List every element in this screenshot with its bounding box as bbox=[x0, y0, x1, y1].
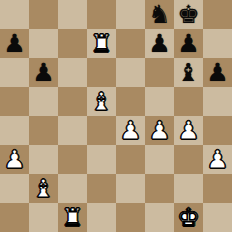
square-g8[interactable]: ♚ bbox=[174, 0, 203, 29]
square-a6[interactable] bbox=[0, 58, 29, 87]
square-e3[interactable] bbox=[116, 145, 145, 174]
square-h8[interactable] bbox=[203, 0, 232, 29]
piece-black-bishop-g6[interactable]: ♝ bbox=[177, 58, 199, 87]
square-g2[interactable] bbox=[174, 174, 203, 203]
square-e7[interactable] bbox=[116, 29, 145, 58]
square-d2[interactable] bbox=[87, 174, 116, 203]
square-c6[interactable] bbox=[58, 58, 87, 87]
square-h2[interactable] bbox=[203, 174, 232, 203]
square-g6[interactable]: ♝ bbox=[174, 58, 203, 87]
piece-black-pawn-b6[interactable]: ♟ bbox=[32, 58, 54, 87]
square-b5[interactable] bbox=[29, 87, 58, 116]
square-h1[interactable] bbox=[203, 203, 232, 232]
square-d5[interactable]: ♝ bbox=[87, 87, 116, 116]
square-c8[interactable] bbox=[58, 0, 87, 29]
square-f7[interactable]: ♟ bbox=[145, 29, 174, 58]
piece-white-rook-c1[interactable]: ♜ bbox=[61, 203, 83, 232]
square-b2[interactable]: ♝ bbox=[29, 174, 58, 203]
square-b6[interactable]: ♟ bbox=[29, 58, 58, 87]
piece-white-bishop-b2[interactable]: ♝ bbox=[32, 174, 54, 203]
square-g4[interactable]: ♟ bbox=[174, 116, 203, 145]
piece-black-pawn-a7[interactable]: ♟ bbox=[3, 29, 25, 58]
piece-white-pawn-h3[interactable]: ♟ bbox=[206, 145, 228, 174]
square-a5[interactable] bbox=[0, 87, 29, 116]
piece-black-pawn-f7[interactable]: ♟ bbox=[148, 29, 170, 58]
square-c2[interactable] bbox=[58, 174, 87, 203]
square-h3[interactable]: ♟ bbox=[203, 145, 232, 174]
square-d7[interactable]: ♜ bbox=[87, 29, 116, 58]
piece-black-pawn-g7[interactable]: ♟ bbox=[177, 29, 199, 58]
square-e1[interactable] bbox=[116, 203, 145, 232]
piece-white-pawn-e4[interactable]: ♟ bbox=[119, 116, 141, 145]
square-a7[interactable]: ♟ bbox=[0, 29, 29, 58]
square-g1[interactable]: ♚ bbox=[174, 203, 203, 232]
square-g5[interactable] bbox=[174, 87, 203, 116]
square-c3[interactable] bbox=[58, 145, 87, 174]
square-f1[interactable] bbox=[145, 203, 174, 232]
piece-white-pawn-g4[interactable]: ♟ bbox=[177, 116, 199, 145]
square-f8[interactable]: ♞ bbox=[145, 0, 174, 29]
piece-white-pawn-f4[interactable]: ♟ bbox=[148, 116, 170, 145]
piece-white-rook-d7[interactable]: ♜ bbox=[90, 29, 112, 58]
square-b8[interactable] bbox=[29, 0, 58, 29]
square-h5[interactable] bbox=[203, 87, 232, 116]
square-h7[interactable] bbox=[203, 29, 232, 58]
square-a3[interactable]: ♟ bbox=[0, 145, 29, 174]
chess-board: ♞♚♟♜♟♟♟♝♟♝♟♟♟♟♟♝♜♚ bbox=[0, 0, 232, 232]
square-g3[interactable] bbox=[174, 145, 203, 174]
square-c1[interactable]: ♜ bbox=[58, 203, 87, 232]
square-f4[interactable]: ♟ bbox=[145, 116, 174, 145]
piece-white-bishop-d5[interactable]: ♝ bbox=[90, 87, 112, 116]
square-g7[interactable]: ♟ bbox=[174, 29, 203, 58]
piece-black-pawn-h6[interactable]: ♟ bbox=[206, 58, 228, 87]
square-b4[interactable] bbox=[29, 116, 58, 145]
square-h4[interactable] bbox=[203, 116, 232, 145]
square-f6[interactable] bbox=[145, 58, 174, 87]
square-b3[interactable] bbox=[29, 145, 58, 174]
piece-black-king-g8[interactable]: ♚ bbox=[177, 0, 199, 29]
square-b7[interactable] bbox=[29, 29, 58, 58]
square-c5[interactable] bbox=[58, 87, 87, 116]
square-e2[interactable] bbox=[116, 174, 145, 203]
square-e4[interactable]: ♟ bbox=[116, 116, 145, 145]
square-h6[interactable]: ♟ bbox=[203, 58, 232, 87]
square-d3[interactable] bbox=[87, 145, 116, 174]
square-f3[interactable] bbox=[145, 145, 174, 174]
square-a4[interactable] bbox=[0, 116, 29, 145]
square-c7[interactable] bbox=[58, 29, 87, 58]
piece-white-king-g1[interactable]: ♚ bbox=[177, 203, 199, 232]
square-e5[interactable] bbox=[116, 87, 145, 116]
square-a8[interactable] bbox=[0, 0, 29, 29]
square-a1[interactable] bbox=[0, 203, 29, 232]
piece-black-knight-f8[interactable]: ♞ bbox=[148, 0, 170, 29]
square-f5[interactable] bbox=[145, 87, 174, 116]
square-d6[interactable] bbox=[87, 58, 116, 87]
square-b1[interactable] bbox=[29, 203, 58, 232]
square-d4[interactable] bbox=[87, 116, 116, 145]
square-d1[interactable] bbox=[87, 203, 116, 232]
square-e6[interactable] bbox=[116, 58, 145, 87]
piece-white-pawn-a3[interactable]: ♟ bbox=[3, 145, 25, 174]
square-a2[interactable] bbox=[0, 174, 29, 203]
square-f2[interactable] bbox=[145, 174, 174, 203]
square-c4[interactable] bbox=[58, 116, 87, 145]
square-d8[interactable] bbox=[87, 0, 116, 29]
square-e8[interactable] bbox=[116, 0, 145, 29]
